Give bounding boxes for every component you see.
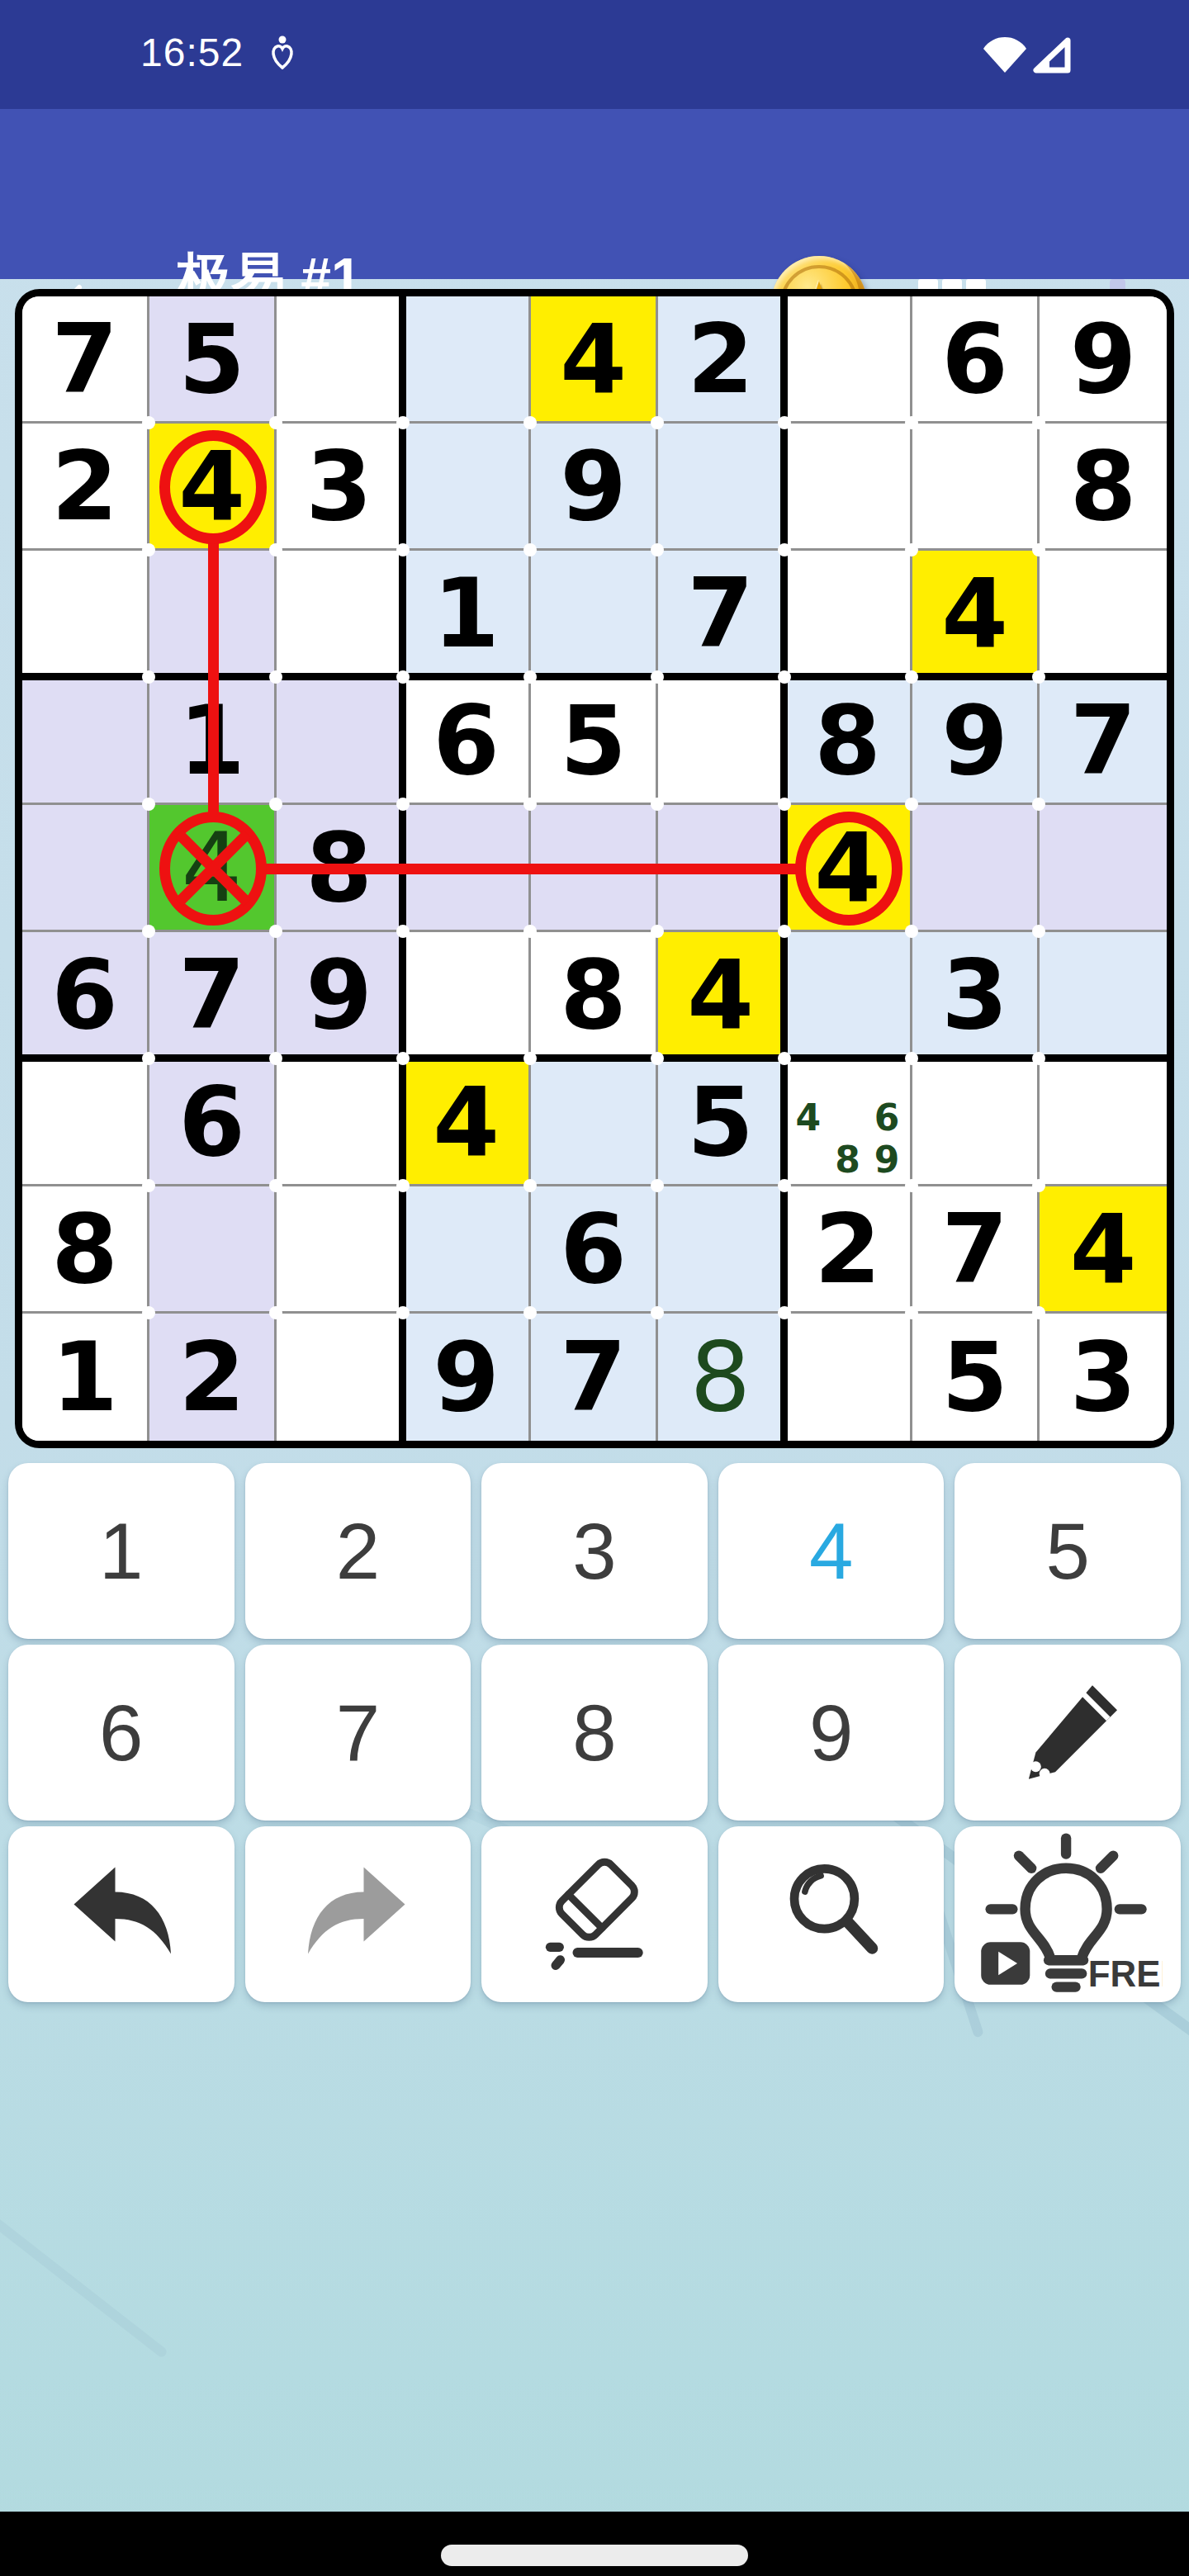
cell-digit: 1 (51, 1329, 118, 1425)
key-8[interactable]: 8 (481, 1645, 708, 1821)
note-digit: 6 (867, 1096, 907, 1139)
cell-r7c1[interactable] (22, 1059, 149, 1186)
cell-digit: 9 (433, 1329, 500, 1425)
undo-button[interactable] (8, 1826, 234, 2002)
cell-digit: 4 (560, 311, 627, 407)
sudoku-board: 7542692439817416589748467984364546898627… (15, 289, 1174, 1448)
cell-r7c7[interactable]: 4689 (785, 1059, 912, 1186)
cell-r8c3[interactable] (277, 1186, 404, 1314)
cell-r5c8[interactable] (912, 805, 1040, 932)
cell-digit: 4 (178, 438, 245, 534)
cell-r9c7[interactable] (785, 1314, 912, 1441)
cell-r2c3[interactable]: 3 (277, 424, 404, 551)
cell-r4c3[interactable] (277, 678, 404, 805)
cell-r1c5[interactable]: 4 (531, 296, 658, 424)
cell-r4c2[interactable]: 1 (149, 678, 277, 805)
cell-r4c6[interactable] (658, 678, 785, 805)
cell-r8c2[interactable] (149, 1186, 277, 1314)
cell-digit: 3 (1070, 1329, 1137, 1425)
key-2[interactable]: 2 (245, 1463, 471, 1639)
cell-r7c9[interactable] (1040, 1059, 1167, 1186)
cell-r1c8[interactable]: 6 (912, 296, 1040, 424)
cell-digit: 7 (687, 566, 754, 661)
cell-digit: 2 (687, 311, 754, 407)
cell-digit: 6 (51, 947, 118, 1043)
cell-r3c6[interactable]: 7 (658, 551, 785, 678)
cell-digit: 7 (941, 1201, 1008, 1297)
cell-r6c8[interactable]: 3 (912, 932, 1040, 1059)
cell-r7c2[interactable]: 6 (149, 1059, 277, 1186)
cell-digit: 3 (941, 947, 1008, 1043)
cell-digit: 8 (51, 1201, 118, 1297)
cell-r7c8[interactable] (912, 1059, 1040, 1186)
cell-r2c8[interactable] (912, 424, 1040, 551)
key-6[interactable]: 6 (8, 1645, 234, 1821)
cell-r7c6[interactable]: 5 (658, 1059, 785, 1186)
cell-r6c3[interactable]: 9 (277, 932, 404, 1059)
cell-r9c4[interactable]: 9 (404, 1314, 531, 1441)
cell-r3c2[interactable] (149, 551, 277, 678)
gesture-pill[interactable] (441, 2545, 748, 2566)
cell-digit: 5 (560, 693, 627, 788)
key-3[interactable]: 3 (481, 1463, 708, 1639)
cell-digit: 2 (51, 438, 118, 534)
cell-r9c1[interactable]: 1 (22, 1314, 149, 1441)
cell-r4c1[interactable] (22, 678, 149, 805)
cell-r5c2[interactable]: 4 (149, 805, 277, 932)
cell-r8c4[interactable] (404, 1186, 531, 1314)
navigation-bar (0, 2512, 1189, 2576)
cell-digit: 4 (687, 947, 754, 1043)
cell-r1c7[interactable] (785, 296, 912, 424)
note-digit: 8 (828, 1139, 868, 1181)
undo-icon (59, 1853, 183, 1977)
cell-r2c5[interactable]: 9 (531, 424, 658, 551)
cell-r5c4[interactable] (404, 805, 531, 932)
cell-digit: 5 (941, 1329, 1008, 1425)
cell-r1c9[interactable]: 9 (1040, 296, 1167, 424)
cell-r6c5[interactable]: 8 (531, 932, 658, 1059)
cell-r2c6[interactable] (658, 424, 785, 551)
note-digit: 4 (789, 1096, 828, 1139)
cell-r6c1[interactable]: 6 (22, 932, 149, 1059)
redo-button[interactable] (245, 1826, 471, 2002)
cell-r3c3[interactable] (277, 551, 404, 678)
hint-free-badge: FREE (1088, 1953, 1163, 1993)
cell-r7c5[interactable] (531, 1059, 658, 1186)
cell-r2c4[interactable] (404, 424, 531, 551)
cell-r8c1[interactable]: 8 (22, 1186, 149, 1314)
cell-r1c3[interactable] (277, 296, 404, 424)
cell-digit: 5 (178, 311, 245, 407)
cell-digit: 9 (1070, 311, 1137, 407)
cell-r4c7[interactable]: 8 (785, 678, 912, 805)
cell-r3c9[interactable] (1040, 551, 1167, 678)
cell-r1c6[interactable]: 2 (658, 296, 785, 424)
cell-r2c1[interactable]: 2 (22, 424, 149, 551)
cell-r4c4[interactable]: 6 (404, 678, 531, 805)
cell-digit: 9 (560, 438, 627, 534)
magnifier-icon (770, 1853, 893, 1977)
hint-button[interactable]: FREE (955, 1826, 1181, 2002)
cell-digit: 8 (814, 693, 881, 788)
cell-r9c2[interactable]: 2 (149, 1314, 277, 1441)
cell-r8c9[interactable]: 4 (1040, 1186, 1167, 1314)
cell-r5c3[interactable]: 8 (277, 805, 404, 932)
cell-r9c6[interactable]: 8 (658, 1314, 785, 1441)
cell-r1c2[interactable]: 5 (149, 296, 277, 424)
cell-digit: 3 (306, 438, 372, 534)
cell-r8c5[interactable]: 6 (531, 1186, 658, 1314)
key-1[interactable]: 1 (8, 1463, 234, 1639)
cell-digit: 6 (178, 1074, 245, 1170)
cell-r7c3[interactable] (277, 1059, 404, 1186)
board-cells: 7542692439817416589748467984364546898627… (22, 296, 1167, 1441)
cell-r5c6[interactable] (658, 805, 785, 932)
app-bar: 极易 #1 00:21 48 ★ (0, 109, 1189, 279)
background-pattern-line (0, 2209, 168, 2359)
signal-icon (1032, 35, 1072, 74)
cell-digit: 2 (814, 1201, 881, 1297)
cell-digit: 4 (182, 820, 243, 916)
cell-digit: 9 (941, 693, 1008, 788)
notification-heart-icon (268, 35, 297, 73)
cell-r5c1[interactable] (22, 805, 149, 932)
cell-digit: 8 (306, 820, 372, 916)
eraser-button[interactable] (481, 1826, 708, 2002)
redo-icon (296, 1853, 419, 1977)
cell-r8c7[interactable]: 2 (785, 1186, 912, 1314)
cell-r2c7[interactable] (785, 424, 912, 551)
eraser-icon (530, 1850, 658, 1978)
cell-digit: 7 (560, 1329, 627, 1425)
cell-r7c4[interactable]: 4 (404, 1059, 531, 1186)
key-4[interactable]: 4 (718, 1463, 945, 1639)
cell-digit: 8 (1070, 438, 1137, 534)
cell-r5c9[interactable] (1040, 805, 1167, 932)
cell-digit: 2 (178, 1329, 245, 1425)
cell-digit: 8 (560, 947, 627, 1043)
cell-r3c5[interactable] (531, 551, 658, 678)
cell-digit: 4 (433, 1074, 500, 1170)
cell-r1c4[interactable] (404, 296, 531, 424)
cell-r3c7[interactable] (785, 551, 912, 678)
key-5[interactable]: 5 (955, 1463, 1181, 1639)
cell-digit: 4 (1070, 1201, 1137, 1297)
status-bar: 16:52 (0, 0, 1189, 109)
search-button[interactable] (718, 1826, 945, 2002)
cell-r9c5[interactable]: 7 (531, 1314, 658, 1441)
sudoku-app-screen: 16:52 极易 #1 00:21 48 ★ (0, 0, 1189, 2576)
cell-r8c6[interactable] (658, 1186, 785, 1314)
cell-r9c9[interactable]: 3 (1040, 1314, 1167, 1441)
cell-digit: 7 (51, 311, 118, 407)
status-time: 16:52 (140, 30, 244, 75)
cell-digit: 6 (941, 311, 1008, 407)
cell-r9c8[interactable]: 5 (912, 1314, 1040, 1441)
cell-digit: 1 (178, 693, 245, 788)
cell-r2c2[interactable]: 4 (149, 424, 277, 551)
cell-r4c5[interactable]: 5 (531, 678, 658, 805)
pencil-icon (1006, 1671, 1130, 1795)
cell-r4c9[interactable]: 7 (1040, 678, 1167, 805)
cell-r6c2[interactable]: 7 (149, 932, 277, 1059)
cell-r6c6[interactable]: 4 (658, 932, 785, 1059)
cell-r3c8[interactable]: 4 (912, 551, 1040, 678)
key-9[interactable]: 9 (718, 1645, 945, 1821)
cell-digit: 1 (433, 566, 500, 661)
note-digit: 9 (867, 1139, 907, 1181)
pencil-notes: 4689 (789, 1063, 907, 1181)
cell-r8c8[interactable]: 7 (912, 1186, 1040, 1314)
cell-r3c1[interactable] (22, 551, 149, 678)
cell-r6c7[interactable] (785, 932, 912, 1059)
cell-r6c4[interactable] (404, 932, 531, 1059)
cell-r5c5[interactable] (531, 805, 658, 932)
cell-r2c9[interactable]: 8 (1040, 424, 1167, 551)
cell-r1c1[interactable]: 7 (22, 296, 149, 424)
cell-r5c7[interactable]: 4 (785, 805, 912, 932)
cell-r9c3[interactable] (277, 1314, 404, 1441)
cell-digit: 5 (687, 1074, 754, 1170)
cell-r4c8[interactable]: 9 (912, 678, 1040, 805)
cell-r3c4[interactable]: 1 (404, 551, 531, 678)
cell-digit: 7 (178, 947, 245, 1043)
cell-digit: 4 (941, 566, 1008, 661)
cell-digit: 8 (690, 1329, 751, 1425)
cell-digit: 9 (306, 947, 372, 1043)
pencil-button[interactable] (955, 1645, 1181, 1821)
hint-bulb-icon: FREE (973, 1832, 1163, 1997)
number-pad: 1 2 3 4 5 6 7 8 9 (8, 1463, 1181, 2002)
wifi-icon (981, 35, 1029, 74)
key-7[interactable]: 7 (245, 1645, 471, 1821)
cell-digit: 4 (814, 820, 881, 916)
cell-r6c9[interactable] (1040, 932, 1167, 1059)
cell-digit: 6 (433, 693, 500, 788)
cell-digit: 7 (1070, 693, 1137, 788)
cell-digit: 6 (560, 1201, 627, 1297)
